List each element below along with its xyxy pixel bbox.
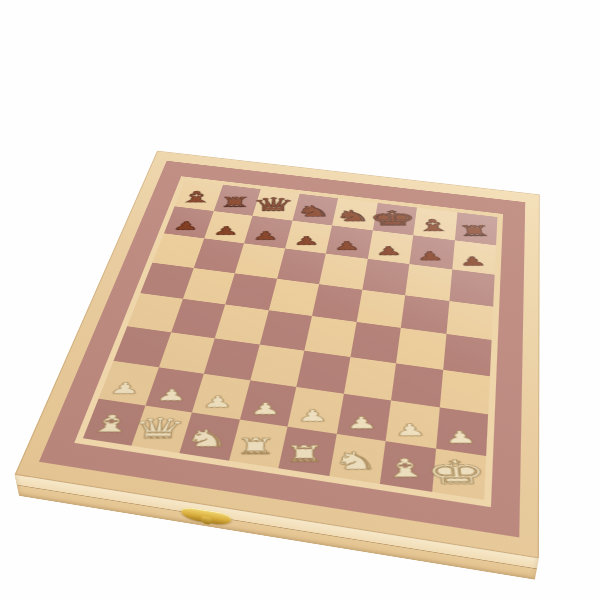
square-e2[interactable]: ♟ [288, 387, 344, 433]
square-e3[interactable] [296, 350, 350, 393]
board-grid: ♝♜♛♞♞♚♝♜♟♟♟♟♟♟♟♟♟♟♟♟♟♟♟♟♝♛♞♜♜♞♝♚ [83, 180, 497, 500]
square-a4[interactable] [127, 293, 182, 332]
square-f4[interactable] [350, 322, 401, 363]
square-c1[interactable]: ♞ [179, 412, 239, 461]
black-bishop[interactable]: ♝ [413, 217, 454, 233]
black-rook[interactable]: ♜ [456, 223, 493, 238]
square-h2[interactable]: ♟ [436, 407, 489, 455]
square-d2[interactable]: ♟ [240, 380, 297, 426]
brass-clasp[interactable] [180, 506, 231, 526]
square-g2[interactable]: ♟ [386, 400, 440, 448]
black-pawn[interactable]: ♟ [292, 235, 320, 247]
square-a1[interactable]: ♝ [83, 398, 145, 445]
square-e5[interactable] [312, 284, 362, 322]
black-pawn[interactable]: ♟ [252, 230, 280, 242]
white-knight[interactable]: ♞ [331, 448, 379, 473]
black-pawn[interactable]: ♟ [416, 250, 445, 262]
square-e4[interactable] [304, 316, 356, 357]
white-pawn[interactable]: ♟ [201, 393, 234, 409]
square-h3[interactable] [439, 369, 490, 414]
square-c4[interactable] [215, 304, 268, 344]
black-pawn[interactable]: ♟ [333, 240, 361, 252]
white-pawn[interactable]: ♟ [443, 428, 478, 445]
square-h1[interactable]: ♚ [432, 448, 487, 500]
square-f1[interactable]: ♞ [329, 433, 386, 483]
white-knight[interactable]: ♞ [183, 426, 231, 450]
white-pawn[interactable]: ♟ [393, 421, 427, 438]
black-bishop[interactable]: ♝ [177, 189, 216, 204]
black-rook[interactable]: ♜ [217, 195, 251, 209]
square-f5[interactable] [356, 289, 405, 327]
black-pawn[interactable]: ♟ [172, 220, 200, 231]
white-pawn[interactable]: ♟ [155, 387, 189, 403]
black-pawn[interactable]: ♟ [374, 245, 403, 257]
square-b2[interactable]: ♟ [145, 367, 204, 412]
square-g3[interactable] [391, 363, 443, 407]
square-c2[interactable]: ♟ [192, 374, 250, 419]
white-pawn[interactable]: ♟ [345, 414, 379, 431]
square-d1[interactable]: ♜ [229, 419, 288, 468]
square-f3[interactable] [343, 357, 396, 401]
white-pawn[interactable]: ♟ [297, 407, 330, 423]
scene: ♝♜♛♞♞♚♝♜♟♟♟♟♟♟♟♟♟♟♟♟♟♟♟♟♝♛♞♜♜♞♝♚ [0, 0, 600, 600]
chess-board: ♝♜♛♞♞♚♝♜♟♟♟♟♟♟♟♟♟♟♟♟♟♟♟♟♝♛♞♜♜♞♝♚ [15, 151, 540, 559]
square-h4[interactable] [443, 334, 492, 376]
square-h5[interactable] [446, 301, 493, 340]
board-border-band: ♝♜♛♞♞♚♝♜♟♟♟♟♟♟♟♟♟♟♟♟♟♟♟♟♝♛♞♜♜♞♝♚ [39, 161, 525, 538]
square-g1[interactable]: ♝ [380, 441, 436, 492]
white-king[interactable]: ♚ [423, 456, 489, 489]
product-photo: ♝♜♛♞♞♚♝♜♟♟♟♟♟♟♟♟♟♟♟♟♟♟♟♟♝♛♞♜♜♞♝♚ [0, 0, 600, 600]
square-a2[interactable]: ♟ [99, 361, 159, 405]
white-rook[interactable]: ♜ [234, 436, 277, 458]
square-c3[interactable] [204, 338, 260, 380]
board-inner-margin: ♝♜♛♞♞♚♝♜♟♟♟♟♟♟♟♟♟♟♟♟♟♟♟♟♝♛♞♜♜♞♝♚ [74, 176, 503, 507]
white-queen[interactable]: ♛ [129, 414, 188, 442]
square-d4[interactable] [259, 310, 312, 350]
black-pawn[interactable]: ♟ [212, 225, 240, 236]
square-e1[interactable]: ♜ [278, 426, 336, 476]
square-a3[interactable] [114, 326, 171, 367]
white-pawn[interactable]: ♟ [108, 380, 142, 396]
square-b3[interactable] [158, 332, 214, 374]
black-king[interactable]: ♚ [367, 208, 418, 228]
square-f2[interactable]: ♟ [336, 394, 391, 441]
white-bishop[interactable]: ♝ [380, 455, 431, 480]
black-pawn[interactable]: ♟ [457, 255, 487, 267]
square-b1[interactable]: ♛ [131, 405, 192, 453]
black-queen[interactable]: ♛ [251, 195, 296, 213]
square-d3[interactable] [250, 344, 305, 387]
white-pawn[interactable]: ♟ [249, 400, 282, 416]
square-g4[interactable] [396, 328, 446, 370]
square-g5[interactable] [401, 295, 449, 334]
black-knight[interactable]: ♞ [294, 203, 331, 218]
white-bishop[interactable]: ♝ [86, 412, 136, 436]
white-rook[interactable]: ♜ [283, 443, 326, 465]
black-knight[interactable]: ♞ [334, 208, 372, 223]
